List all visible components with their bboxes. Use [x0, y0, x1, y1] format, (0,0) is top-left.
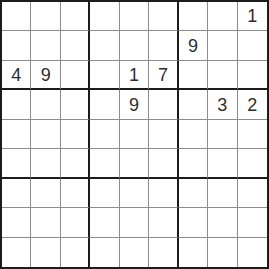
sudoku-cell-r6c3[interactable]: [61, 149, 90, 178]
sudoku-cell-r3c6: 7: [149, 61, 178, 90]
sudoku-cell-r9c7[interactable]: [179, 238, 208, 267]
sudoku-cell-r5c3[interactable]: [61, 120, 90, 149]
sudoku-cell-r3c4[interactable]: [90, 61, 119, 90]
sudoku-cell-r1c2[interactable]: [31, 2, 60, 31]
sudoku-cell-r8c3[interactable]: [61, 208, 90, 237]
sudoku-cell-r7c4[interactable]: [90, 179, 119, 208]
sudoku-cell-r3c3[interactable]: [61, 61, 90, 90]
sudoku-cell-r7c7[interactable]: [179, 179, 208, 208]
sudoku-cell-r4c4[interactable]: [90, 90, 119, 119]
sudoku-cell-r3c2: 9: [31, 61, 60, 90]
sudoku-cell-r7c8[interactable]: [208, 179, 237, 208]
sudoku-cell-r6c6[interactable]: [149, 149, 178, 178]
sudoku-cell-r5c2[interactable]: [31, 120, 60, 149]
sudoku-cell-r4c7[interactable]: [179, 90, 208, 119]
sudoku-cell-r3c7[interactable]: [179, 61, 208, 90]
sudoku-cell-r1c3[interactable]: [61, 2, 90, 31]
sudoku-cell-r9c4[interactable]: [90, 238, 119, 267]
sudoku-cell-r6c2[interactable]: [31, 149, 60, 178]
sudoku-cell-r2c2[interactable]: [31, 31, 60, 60]
sudoku-cell-r7c2[interactable]: [31, 179, 60, 208]
sudoku-cell-r8c9[interactable]: [238, 208, 267, 237]
sudoku-cell-r2c7: 9: [179, 31, 208, 60]
sudoku-cell-r1c5[interactable]: [120, 2, 149, 31]
sudoku-cell-r2c6[interactable]: [149, 31, 178, 60]
sudoku-cell-r1c6[interactable]: [149, 2, 178, 31]
sudoku-cell-r8c5[interactable]: [120, 208, 149, 237]
sudoku-cell-r9c3[interactable]: [61, 238, 90, 267]
sudoku-cell-r1c7[interactable]: [179, 2, 208, 31]
sudoku-cell-r9c6[interactable]: [149, 238, 178, 267]
sudoku-cell-r2c3[interactable]: [61, 31, 90, 60]
sudoku-cell-r6c7[interactable]: [179, 149, 208, 178]
sudoku-cell-r6c1[interactable]: [2, 149, 31, 178]
sudoku-cell-r9c1[interactable]: [2, 238, 31, 267]
sudoku-cell-r3c9[interactable]: [238, 61, 267, 90]
sudoku-cell-r9c5[interactable]: [120, 238, 149, 267]
sudoku-cell-r7c1[interactable]: [2, 179, 31, 208]
sudoku-cell-r1c4[interactable]: [90, 2, 119, 31]
sudoku-cell-r2c4[interactable]: [90, 31, 119, 60]
sudoku-cell-r7c3[interactable]: [61, 179, 90, 208]
sudoku-cell-r4c1[interactable]: [2, 90, 31, 119]
sudoku-cell-r3c5: 1: [120, 61, 149, 90]
sudoku-cell-r7c6[interactable]: [149, 179, 178, 208]
sudoku-cell-r4c5: 9: [120, 90, 149, 119]
sudoku-cell-r8c1[interactable]: [2, 208, 31, 237]
sudoku-cell-r1c8[interactable]: [208, 2, 237, 31]
sudoku-cell-r5c5[interactable]: [120, 120, 149, 149]
sudoku-cell-r5c1[interactable]: [2, 120, 31, 149]
sudoku-cell-r5c7[interactable]: [179, 120, 208, 149]
sudoku-board: 194917932: [0, 0, 269, 269]
sudoku-cell-r3c8[interactable]: [208, 61, 237, 90]
sudoku-cell-r5c8[interactable]: [208, 120, 237, 149]
sudoku-cell-r6c8[interactable]: [208, 149, 237, 178]
sudoku-cell-r1c1[interactable]: [2, 2, 31, 31]
sudoku-cell-r9c9[interactable]: [238, 238, 267, 267]
sudoku-cell-r6c5[interactable]: [120, 149, 149, 178]
sudoku-cell-r1c9: 1: [238, 2, 267, 31]
sudoku-cell-r7c9[interactable]: [238, 179, 267, 208]
sudoku-cell-r8c6[interactable]: [149, 208, 178, 237]
sudoku-cell-r9c2[interactable]: [31, 238, 60, 267]
sudoku-cell-r5c4[interactable]: [90, 120, 119, 149]
sudoku-cell-r5c9[interactable]: [238, 120, 267, 149]
sudoku-cell-r8c7[interactable]: [179, 208, 208, 237]
sudoku-cell-r9c8[interactable]: [208, 238, 237, 267]
sudoku-cell-r7c5[interactable]: [120, 179, 149, 208]
sudoku-cell-r2c9[interactable]: [238, 31, 267, 60]
sudoku-cell-r8c4[interactable]: [90, 208, 119, 237]
sudoku-cell-r4c2[interactable]: [31, 90, 60, 119]
sudoku-cell-r6c4[interactable]: [90, 149, 119, 178]
sudoku-cell-r4c8: 3: [208, 90, 237, 119]
sudoku-cell-r4c3[interactable]: [61, 90, 90, 119]
sudoku-cell-r8c8[interactable]: [208, 208, 237, 237]
sudoku-cell-r2c5[interactable]: [120, 31, 149, 60]
sudoku-cell-r2c1[interactable]: [2, 31, 31, 60]
sudoku-cell-r5c6[interactable]: [149, 120, 178, 149]
sudoku-cell-r2c8[interactable]: [208, 31, 237, 60]
sudoku-cell-r4c9: 2: [238, 90, 267, 119]
sudoku-cell-r3c1: 4: [2, 61, 31, 90]
sudoku-cell-r4c6[interactable]: [149, 90, 178, 119]
sudoku-cell-r6c9[interactable]: [238, 149, 267, 178]
sudoku-cell-r8c2[interactable]: [31, 208, 60, 237]
